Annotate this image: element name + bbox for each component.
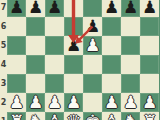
square-a5[interactable] [7,36,26,55]
piece-white-knight: ♞ [28,112,43,120]
piece-white-pawn: ♟ [123,93,138,112]
square-f3[interactable] [102,74,121,93]
square-b6[interactable] [26,17,45,36]
piece-white-pawn: ♟ [47,93,62,112]
square-d5[interactable]: ♟ [64,36,83,55]
piece-white-rook: ♜ [142,112,157,120]
square-g7[interactable]: ♟ [121,0,140,17]
square-d2[interactable]: ♟ [64,93,83,112]
piece-black-pawn: ♟ [85,17,100,36]
square-f4[interactable] [102,55,121,74]
square-d7[interactable] [64,0,83,17]
piece-white-pawn: ♟ [142,93,157,112]
square-h2[interactable]: ♟ [140,93,159,112]
square-b7[interactable]: ♟ [26,0,45,17]
rank-label-2: 2 [0,98,7,107]
square-h5[interactable] [140,36,159,55]
piece-black-pawn: ♟ [142,0,157,17]
square-d1[interactable]: ♛ [64,112,83,120]
rank-label-5: 5 [0,41,7,50]
piece-white-bishop: ♝ [104,112,119,120]
square-c1[interactable]: ♝ [45,112,64,120]
square-c6[interactable] [45,17,64,36]
square-a3[interactable] [7,74,26,93]
square-c7[interactable]: ♟ [45,0,64,17]
piece-white-pawn: ♟ [104,93,119,112]
square-g3[interactable] [121,74,140,93]
rank-label-6: 6 [0,22,7,31]
square-e7[interactable] [83,0,102,17]
square-h4[interactable] [140,55,159,74]
square-h3[interactable] [140,74,159,93]
square-a4[interactable] [7,55,26,74]
piece-black-pawn: ♟ [66,36,81,55]
square-a1[interactable]: ♜ [7,112,26,120]
chess-board[interactable]: ♜♞♝♛♚♝♞♜♟♟♟♟♟♟♟♟♟♟♟♟♟♟♟♟♜♞♝♛♚♝♞♜ [7,0,159,120]
square-b3[interactable] [26,74,45,93]
piece-white-knight: ♞ [123,112,138,120]
piece-black-pawn: ♟ [47,0,62,17]
square-d6[interactable] [64,17,83,36]
piece-black-pawn: ♟ [104,0,119,17]
square-e2[interactable] [83,93,102,112]
piece-white-queen: ♛ [66,112,81,120]
square-d3[interactable] [64,74,83,93]
square-f6[interactable] [102,17,121,36]
square-c5[interactable] [45,36,64,55]
square-e3[interactable] [83,74,102,93]
square-g6[interactable] [121,17,140,36]
piece-white-king: ♚ [85,112,100,120]
rank-label-1: 1 [0,117,7,120]
square-b2[interactable]: ♟ [26,93,45,112]
piece-white-bishop: ♝ [47,112,62,120]
square-b4[interactable] [26,55,45,74]
square-e4[interactable] [83,55,102,74]
square-a7[interactable]: ♟ [7,0,26,17]
piece-black-pawn: ♟ [123,0,138,17]
square-c4[interactable] [45,55,64,74]
rank-label-7: 7 [0,3,7,12]
square-f7[interactable]: ♟ [102,0,121,17]
square-g5[interactable] [121,36,140,55]
piece-white-pawn: ♟ [28,93,43,112]
square-g1[interactable]: ♞ [121,112,140,120]
piece-white-pawn: ♟ [9,93,24,112]
square-b5[interactable] [26,36,45,55]
square-f5[interactable] [102,36,121,55]
square-f1[interactable]: ♝ [102,112,121,120]
square-a6[interactable] [7,17,26,36]
square-h1[interactable]: ♜ [140,112,159,120]
square-g4[interactable] [121,55,140,74]
square-b1[interactable]: ♞ [26,112,45,120]
rank-label-4: 4 [0,60,7,69]
piece-white-pawn: ♟ [66,93,81,112]
square-e5[interactable]: ♟ [83,36,102,55]
square-e1[interactable]: ♚ [83,112,102,120]
chess-diagram-screenshot: ♜♞♝♛♚♝♞♜♟♟♟♟♟♟♟♟♟♟♟♟♟♟♟♟♜♞♝♛♚♝♞♜ 8765432… [0,0,160,120]
rank-label-3: 3 [0,79,7,88]
piece-white-rook: ♜ [9,112,24,120]
square-e6[interactable]: ♟ [83,17,102,36]
square-a2[interactable]: ♟ [7,93,26,112]
square-h7[interactable]: ♟ [140,0,159,17]
square-c3[interactable] [45,74,64,93]
piece-black-pawn: ♟ [9,0,24,17]
square-g2[interactable]: ♟ [121,93,140,112]
square-c2[interactable]: ♟ [45,93,64,112]
square-h6[interactable] [140,17,159,36]
piece-black-pawn: ♟ [28,0,43,17]
square-f2[interactable]: ♟ [102,93,121,112]
piece-white-pawn: ♟ [85,36,100,55]
square-d4[interactable] [64,55,83,74]
